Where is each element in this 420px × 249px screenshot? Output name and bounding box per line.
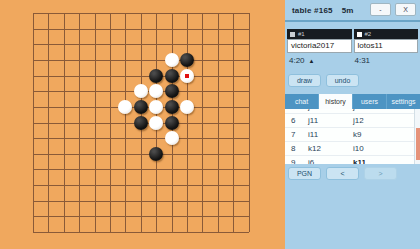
table-number: table #165	[292, 6, 333, 15]
player2-name: lotos11	[354, 39, 419, 53]
grid-line	[33, 232, 249, 233]
white-stone-j12	[165, 53, 179, 67]
move-number: 7	[285, 128, 308, 141]
side-panel: table #1655m - X #1 victoria2017 #2 l	[285, 0, 420, 249]
black-move: j10	[308, 109, 353, 113]
grid-line	[33, 201, 249, 202]
player2-tag: #2	[365, 31, 372, 37]
grid-line	[218, 13, 219, 232]
tab-history[interactable]: history	[319, 94, 353, 109]
player1-name: victoria2017	[287, 39, 352, 53]
black-stone-h9	[134, 100, 148, 114]
player2-bar: #2	[354, 29, 419, 39]
seat-player1: #1 victoria2017	[287, 29, 352, 53]
black-stone-i11	[149, 69, 163, 83]
player2-clock: 4:31	[353, 56, 419, 65]
minimize-button[interactable]: -	[370, 3, 391, 16]
tab-users[interactable]: users	[353, 94, 387, 109]
black-move: i11	[308, 128, 353, 141]
player1-time: 4:20	[289, 56, 305, 65]
next-move-button[interactable]: >	[364, 167, 397, 180]
history-row: 7i11k9	[285, 128, 420, 142]
white-stone-h10	[134, 84, 148, 98]
white-move: k11	[353, 156, 420, 164]
tab-chat[interactable]: chat	[285, 94, 319, 109]
white-move: k9	[353, 128, 420, 141]
black-stone-h8	[134, 116, 148, 130]
grid-line	[33, 154, 249, 155]
move-number: 6	[285, 114, 308, 127]
game-window: table #1655m - X #1 victoria2017 #2 l	[0, 0, 420, 249]
white-stone-k11	[180, 69, 194, 83]
player1-bar: #1	[287, 29, 352, 39]
grid-line	[187, 13, 188, 232]
black-stone-j10	[165, 84, 179, 98]
white-move: i10	[353, 142, 420, 155]
time-control: 5m	[342, 6, 354, 15]
player2-time: 4:31	[355, 56, 371, 65]
white-stone-i8	[149, 116, 163, 130]
white-stone-j7	[165, 131, 179, 145]
white-stone-i10	[149, 84, 163, 98]
player1-clock: 4:20▲	[287, 56, 353, 65]
grid-line	[33, 169, 249, 170]
white-move: j12	[353, 114, 420, 127]
grid-line	[249, 13, 250, 232]
history-rows: 5j10j76j11j127i11k98k12i109i6k11	[285, 109, 420, 164]
history-row: 6j11j12	[285, 114, 420, 128]
grid-line	[33, 185, 249, 186]
black-stone-j11	[165, 69, 179, 83]
gomoku-board[interactable]	[0, 0, 285, 249]
turn-indicator-icon: ▲	[309, 58, 315, 64]
grid-line	[33, 138, 249, 139]
tab-settings[interactable]: settings	[387, 94, 420, 109]
black-stone-i6	[149, 147, 163, 161]
scrollbar-thumb[interactable]	[416, 128, 420, 160]
white-stone-g9	[118, 100, 132, 114]
white-move: j7	[353, 109, 420, 113]
history-row: 8k12i10	[285, 142, 420, 156]
black-stone-j8	[165, 116, 179, 130]
move-number: 5	[285, 109, 308, 113]
black-stone-k12	[180, 53, 194, 67]
tab-bar: chathistoryuserssettings	[285, 94, 420, 109]
window-title: table #1655m	[292, 6, 354, 15]
move-number: 8	[285, 142, 308, 155]
draw-button[interactable]: draw	[288, 74, 321, 87]
player1-stone-icon	[290, 32, 295, 37]
undo-button[interactable]: undo	[326, 74, 359, 87]
last-move-marker	[185, 74, 189, 78]
move-number: 9	[285, 156, 308, 164]
player2-stone-icon	[357, 32, 362, 37]
white-stone-i9	[149, 100, 163, 114]
move-history-list: 5j10j76j11j127i11k98k12i109i6k11	[285, 109, 420, 164]
black-move: j11	[308, 114, 353, 127]
close-button[interactable]: X	[395, 3, 416, 16]
grid-line	[233, 13, 234, 232]
history-row: 9i6k11	[285, 156, 420, 164]
grid-line	[202, 13, 203, 232]
pgn-button[interactable]: PGN	[288, 167, 321, 180]
black-stone-j9	[165, 100, 179, 114]
window-header: table #1655m - X	[285, 0, 420, 22]
history-scrollbar[interactable]	[414, 109, 420, 164]
black-move: i6	[308, 156, 353, 164]
prev-move-button[interactable]: <	[326, 167, 359, 180]
grid-line	[33, 216, 249, 217]
seat-player2: #2 lotos11	[354, 29, 419, 53]
black-move: k12	[308, 142, 353, 155]
white-stone-k9	[180, 100, 194, 114]
nav-buttons: PGN < >	[285, 164, 420, 180]
player1-tag: #1	[298, 31, 305, 37]
player-seats: #1 victoria2017 #2 lotos11	[285, 22, 420, 53]
board-grid[interactable]	[33, 13, 249, 232]
action-buttons: draw undo	[285, 65, 420, 87]
clocks-row: 4:20▲ 4:31	[285, 53, 420, 65]
